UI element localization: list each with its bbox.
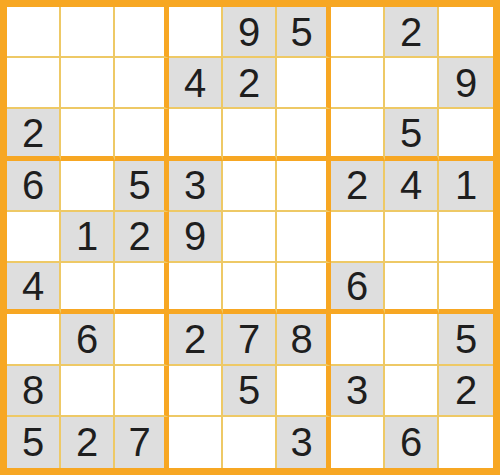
cell-r5c5[interactable] <box>223 212 277 263</box>
cell-r6c1[interactable]: 4 <box>7 263 61 314</box>
cell-r7c6[interactable]: 8 <box>277 314 331 365</box>
cell-r9c1[interactable]: 5 <box>7 417 61 468</box>
cell-r5c8[interactable] <box>385 212 439 263</box>
cell-r6c2[interactable] <box>61 263 115 314</box>
cell-r8c8[interactable] <box>385 366 439 417</box>
cell-r4c2[interactable] <box>61 161 115 212</box>
cell-r5c3[interactable]: 2 <box>115 212 169 263</box>
cell-r2c8[interactable] <box>385 58 439 109</box>
cell-r8c4[interactable] <box>169 366 223 417</box>
cell-r7c7[interactable] <box>331 314 385 365</box>
cell-r7c2[interactable]: 6 <box>61 314 115 365</box>
cell-r2c3[interactable] <box>115 58 169 109</box>
cell-r5c6[interactable] <box>277 212 331 263</box>
cell-r6c4[interactable] <box>169 263 223 314</box>
cell-r3c1[interactable]: 2 <box>7 109 61 160</box>
cell-r1c4[interactable] <box>169 7 223 58</box>
cell-r6c3[interactable] <box>115 263 169 314</box>
cell-r9c8[interactable]: 6 <box>385 417 439 468</box>
cell-r9c3[interactable]: 7 <box>115 417 169 468</box>
cell-r2c2[interactable] <box>61 58 115 109</box>
cell-r9c6[interactable]: 3 <box>277 417 331 468</box>
cell-r2c4[interactable]: 4 <box>169 58 223 109</box>
cell-r6c9[interactable] <box>439 263 493 314</box>
cell-r5c1[interactable] <box>7 212 61 263</box>
cell-r1c7[interactable] <box>331 7 385 58</box>
cell-r3c3[interactable] <box>115 109 169 160</box>
cell-r1c6[interactable]: 5 <box>277 7 331 58</box>
cell-r3c9[interactable] <box>439 109 493 160</box>
cell-r7c5[interactable]: 7 <box>223 314 277 365</box>
cell-r2c5[interactable]: 2 <box>223 58 277 109</box>
cell-r4c1[interactable]: 6 <box>7 161 61 212</box>
cell-r1c1[interactable] <box>7 7 61 58</box>
cell-r8c7[interactable]: 3 <box>331 366 385 417</box>
cell-r6c7[interactable]: 6 <box>331 263 385 314</box>
cell-r8c3[interactable] <box>115 366 169 417</box>
cell-r6c6[interactable] <box>277 263 331 314</box>
cell-r2c7[interactable] <box>331 58 385 109</box>
cell-r4c3[interactable]: 5 <box>115 161 169 212</box>
cell-r5c7[interactable] <box>331 212 385 263</box>
cell-r3c8[interactable]: 5 <box>385 109 439 160</box>
cell-r1c8[interactable]: 2 <box>385 7 439 58</box>
cell-r8c9[interactable]: 2 <box>439 366 493 417</box>
sudoku-board: 952429256532411294662785853252736 <box>0 0 500 475</box>
cell-r1c9[interactable] <box>439 7 493 58</box>
cell-r2c9[interactable]: 9 <box>439 58 493 109</box>
cell-r3c5[interactable] <box>223 109 277 160</box>
cell-r6c5[interactable] <box>223 263 277 314</box>
cell-r1c5[interactable]: 9 <box>223 7 277 58</box>
cell-r9c2[interactable]: 2 <box>61 417 115 468</box>
cell-r3c4[interactable] <box>169 109 223 160</box>
cell-r8c2[interactable] <box>61 366 115 417</box>
cell-r1c3[interactable] <box>115 7 169 58</box>
cell-r3c7[interactable] <box>331 109 385 160</box>
cell-r9c5[interactable] <box>223 417 277 468</box>
cell-r5c4[interactable]: 9 <box>169 212 223 263</box>
cell-r4c6[interactable] <box>277 161 331 212</box>
cell-r9c9[interactable] <box>439 417 493 468</box>
cell-r4c9[interactable]: 1 <box>439 161 493 212</box>
cell-r4c8[interactable]: 4 <box>385 161 439 212</box>
cell-r5c9[interactable] <box>439 212 493 263</box>
cell-r4c7[interactable]: 2 <box>331 161 385 212</box>
cell-r7c8[interactable] <box>385 314 439 365</box>
cell-r4c4[interactable]: 3 <box>169 161 223 212</box>
cell-r7c4[interactable]: 2 <box>169 314 223 365</box>
cell-r7c1[interactable] <box>7 314 61 365</box>
cell-r2c1[interactable] <box>7 58 61 109</box>
cell-r2c6[interactable] <box>277 58 331 109</box>
cell-r6c8[interactable] <box>385 263 439 314</box>
cell-r9c4[interactable] <box>169 417 223 468</box>
cell-r3c2[interactable] <box>61 109 115 160</box>
cell-r8c1[interactable]: 8 <box>7 366 61 417</box>
cell-r8c5[interactable]: 5 <box>223 366 277 417</box>
cell-r4c5[interactable] <box>223 161 277 212</box>
cell-r1c2[interactable] <box>61 7 115 58</box>
cell-r3c6[interactable] <box>277 109 331 160</box>
cell-r8c6[interactable] <box>277 366 331 417</box>
cell-r5c2[interactable]: 1 <box>61 212 115 263</box>
cell-r9c7[interactable] <box>331 417 385 468</box>
cell-r7c9[interactable]: 5 <box>439 314 493 365</box>
cell-r7c3[interactable] <box>115 314 169 365</box>
